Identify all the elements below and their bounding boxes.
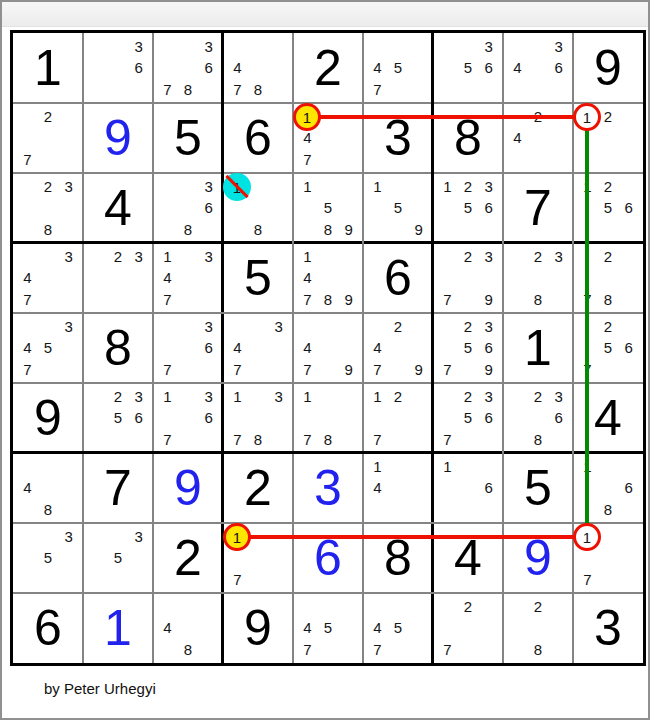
- candidate-4: 4: [297, 267, 318, 288]
- candidate-4: 4: [367, 57, 388, 78]
- candidate-7: 7: [297, 639, 318, 660]
- pencil-marks: 12356: [433, 173, 503, 243]
- candidate-1: 1: [157, 246, 178, 267]
- circled-candidate-digit: 1: [573, 523, 601, 551]
- candidate-6: 6: [478, 337, 499, 358]
- solved-digit: 3: [293, 453, 363, 523]
- candidate-1: 1: [437, 176, 458, 197]
- grid-line-horizontal: [13, 102, 643, 104]
- candidate-7: 7: [157, 359, 178, 380]
- candidate-7: 7: [577, 569, 598, 590]
- candidate-1: 1: [437, 456, 458, 477]
- cell-r7c2[interactable]: 7: [83, 453, 153, 523]
- candidate-7: 7: [297, 359, 318, 380]
- cell-r4c8[interactable]: 238: [503, 243, 573, 313]
- pencil-marks: 3678: [153, 33, 223, 103]
- candidate-5: 5: [458, 197, 479, 218]
- candidate-7: 7: [17, 289, 38, 310]
- candidate-2: 2: [598, 246, 619, 267]
- cell-r1c2[interactable]: 36: [83, 33, 153, 103]
- candidate-5: 5: [318, 197, 339, 218]
- given-digit: 4: [83, 173, 153, 243]
- candidate-4: 4: [507, 57, 528, 78]
- pencil-marks: 478: [223, 33, 293, 103]
- cell-r9c7[interactable]: 27: [433, 593, 503, 663]
- pencil-marks: 347: [223, 313, 293, 383]
- candidate-3: 3: [128, 246, 149, 267]
- candidate-2: 2: [598, 176, 619, 197]
- solved-digit: 9: [153, 453, 223, 523]
- given-digit: 2: [153, 523, 223, 593]
- grid-line-horizontal: [13, 172, 643, 174]
- cell-r5c9[interactable]: 2567: [573, 313, 643, 383]
- candidate-3: 3: [548, 246, 569, 267]
- candidate-9: 9: [338, 219, 359, 240]
- grid-line-vertical: [152, 33, 154, 663]
- pencil-marks: 356: [433, 33, 503, 103]
- cell-r2c8[interactable]: 24: [503, 103, 573, 173]
- candidate-7: 7: [437, 429, 458, 450]
- candidate-3: 3: [198, 36, 219, 57]
- cell-r7c4[interactable]: 2: [223, 453, 293, 523]
- candidate-5: 5: [458, 337, 479, 358]
- cell-r5c4[interactable]: 347: [223, 313, 293, 383]
- candidate-2: 2: [388, 386, 409, 407]
- candidate-9: 9: [478, 359, 499, 380]
- cell-r6c5[interactable]: 178: [293, 383, 363, 453]
- candidate-3: 3: [198, 386, 219, 407]
- cell-r7c6[interactable]: 14: [363, 453, 433, 523]
- cell-r5c6[interactable]: 2479: [363, 313, 433, 383]
- pencil-marks: 24: [503, 103, 573, 173]
- cell-r9c9[interactable]: 3: [573, 593, 643, 663]
- cell-r6c8[interactable]: 2368: [503, 383, 573, 453]
- cell-r9c2[interactable]: 1: [83, 593, 153, 663]
- candidate-3: 3: [58, 526, 79, 547]
- solved-digit: 9: [503, 523, 573, 593]
- candidate-5: 5: [598, 197, 619, 218]
- candidate-3: 3: [478, 176, 499, 197]
- given-digit: 6: [13, 593, 83, 663]
- pencil-marks: 1378: [223, 383, 293, 453]
- pencil-marks: 35: [13, 523, 83, 593]
- given-digit: 2: [293, 33, 363, 103]
- candidate-3: 3: [198, 246, 219, 267]
- given-digit: 5: [223, 243, 293, 313]
- cell-r7c8[interactable]: 5: [503, 453, 573, 523]
- candidate-5: 5: [388, 617, 409, 638]
- candidate-5: 5: [458, 407, 479, 428]
- cell-r3c5[interactable]: 1589: [293, 173, 363, 243]
- candidate-7: 7: [437, 289, 458, 310]
- given-digit: 8: [83, 313, 153, 383]
- cell-r9c6[interactable]: 457: [363, 593, 433, 663]
- given-digit: 3: [573, 593, 643, 663]
- cell-r6c7[interactable]: 23567: [433, 383, 503, 453]
- cell-r3c7[interactable]: 12356: [433, 173, 503, 243]
- candidate-5: 5: [38, 337, 59, 358]
- candidate-8: 8: [318, 289, 339, 310]
- pencil-marks: 367: [153, 313, 223, 383]
- candidate-5: 5: [458, 57, 479, 78]
- candidate-3: 3: [128, 386, 149, 407]
- candidate-6: 6: [198, 197, 219, 218]
- cell-r6c6[interactable]: 127: [363, 383, 433, 453]
- candidate-3: 3: [58, 176, 79, 197]
- pencil-marks: 2479: [363, 313, 433, 383]
- candidate-8: 8: [318, 219, 339, 240]
- candidate-1: 1: [157, 386, 178, 407]
- candidate-3: 3: [128, 36, 149, 57]
- candidate-4: 4: [17, 267, 38, 288]
- candidate-2: 2: [108, 386, 129, 407]
- candidate-8: 8: [38, 219, 59, 240]
- candidate-7: 7: [437, 359, 458, 380]
- pencil-marks: 48: [153, 593, 223, 663]
- candidate-2: 2: [458, 316, 479, 337]
- solved-digit: 6: [293, 523, 363, 593]
- candidate-3: 3: [198, 176, 219, 197]
- candidate-1: 1: [367, 176, 388, 197]
- grid-line-horizontal: [13, 241, 643, 244]
- cell-r1c1[interactable]: 1: [13, 33, 83, 103]
- candidate-5: 5: [38, 547, 59, 568]
- candidate-9: 9: [478, 289, 499, 310]
- candidate-5: 5: [388, 57, 409, 78]
- cell-r7c1[interactable]: 48: [13, 453, 83, 523]
- cell-r4c6[interactable]: 6: [363, 243, 433, 313]
- given-digit: 9: [573, 33, 643, 103]
- cell-r8c7[interactable]: 4: [433, 523, 503, 593]
- candidate-7: 7: [227, 359, 248, 380]
- pencil-marks: 16: [433, 453, 503, 523]
- cell-r3c8[interactable]: 7: [503, 173, 573, 243]
- candidate-1: 1: [297, 386, 318, 407]
- pencil-marks: 14789: [293, 243, 363, 313]
- cell-r4c2[interactable]: 23: [83, 243, 153, 313]
- candidate-8: 8: [178, 79, 199, 100]
- candidate-4: 4: [227, 57, 248, 78]
- candidate-9: 9: [408, 359, 429, 380]
- given-digit: 1: [13, 33, 83, 103]
- candidate-1: 1: [227, 386, 248, 407]
- cell-r4c9[interactable]: 278: [573, 243, 643, 313]
- pencil-marks: 2368: [503, 383, 573, 453]
- cell-r1c6[interactable]: 457: [363, 33, 433, 103]
- candidate-1: 1: [297, 176, 318, 197]
- candidate-4: 4: [157, 267, 178, 288]
- candidate-6: 6: [478, 477, 499, 498]
- cell-r2c4[interactable]: 6: [223, 103, 293, 173]
- cell-r3c6[interactable]: 159: [363, 173, 433, 243]
- given-digit: 5: [503, 453, 573, 523]
- candidate-4: 4: [157, 617, 178, 638]
- candidate-6: 6: [128, 407, 149, 428]
- candidate-4: 4: [297, 617, 318, 638]
- given-digit: 8: [363, 523, 433, 593]
- candidate-7: 7: [17, 359, 38, 380]
- cell-r3c1[interactable]: 238: [13, 173, 83, 243]
- candidate-3: 3: [478, 386, 499, 407]
- cell-r5c1[interactable]: 3457: [13, 313, 83, 383]
- candidate-6: 6: [198, 337, 219, 358]
- cell-r5c3[interactable]: 367: [153, 313, 223, 383]
- app-window: 1363678478245735634692795647382422384368…: [0, 0, 650, 720]
- candidate-7: 7: [437, 639, 458, 660]
- candidate-4: 4: [17, 337, 38, 358]
- cell-r1c9[interactable]: 9: [573, 33, 643, 103]
- cell-r9c8[interactable]: 28: [503, 593, 573, 663]
- pencil-marks: 2567: [573, 313, 643, 383]
- candidate-7: 7: [157, 429, 178, 450]
- cell-r1c8[interactable]: 346: [503, 33, 573, 103]
- cell-r2c3[interactable]: 5: [153, 103, 223, 173]
- candidate-7: 7: [297, 429, 318, 450]
- pencil-marks: 235679: [433, 313, 503, 383]
- cell-r8c5[interactable]: 6: [293, 523, 363, 593]
- cell-r8c3[interactable]: 2: [153, 523, 223, 593]
- candidate-3: 3: [128, 526, 149, 547]
- pencil-marks: 14: [363, 453, 433, 523]
- candidate-2: 2: [528, 386, 549, 407]
- cell-r5c5[interactable]: 479: [293, 313, 363, 383]
- grid-line-horizontal: [13, 382, 643, 384]
- candidate-1: 1: [367, 456, 388, 477]
- given-digit: 5: [153, 103, 223, 173]
- pencil-marks: 23567: [433, 383, 503, 453]
- grid-line-vertical: [362, 33, 364, 663]
- grid-line-vertical: [221, 33, 224, 663]
- pencil-marks: 168: [573, 453, 643, 523]
- cell-r5c7[interactable]: 235679: [433, 313, 503, 383]
- pencil-marks: 457: [363, 593, 433, 663]
- candidate-2: 2: [38, 176, 59, 197]
- candidate-7: 7: [297, 289, 318, 310]
- candidate-2: 2: [528, 596, 549, 617]
- given-digit: 6: [363, 243, 433, 313]
- solved-digit: 9: [83, 103, 153, 173]
- cell-r1c3[interactable]: 3678: [153, 33, 223, 103]
- credit-text: by Peter Urhegyi: [44, 680, 156, 697]
- candidate-6: 6: [548, 57, 569, 78]
- candidate-3: 3: [198, 316, 219, 337]
- grid-line-horizontal: [13, 592, 643, 594]
- pencil-marks: 27: [433, 593, 503, 663]
- cell-r5c2[interactable]: 8: [83, 313, 153, 383]
- given-digit: 2: [223, 453, 293, 523]
- cell-r6c3[interactable]: 1367: [153, 383, 223, 453]
- candidate-5: 5: [388, 197, 409, 218]
- pencil-marks: 35: [83, 523, 153, 593]
- pencil-marks: 23: [83, 243, 153, 313]
- cell-r9c1[interactable]: 6: [13, 593, 83, 663]
- grid-line-vertical: [82, 33, 84, 663]
- cell-r8c1[interactable]: 35: [13, 523, 83, 593]
- candidate-5: 5: [598, 337, 619, 358]
- cell-r9c3[interactable]: 48: [153, 593, 223, 663]
- given-digit: 7: [83, 453, 153, 523]
- grid-line-vertical: [431, 33, 434, 663]
- cell-r7c3[interactable]: 9: [153, 453, 223, 523]
- cell-r6c9[interactable]: 4: [573, 383, 643, 453]
- candidate-3: 3: [478, 316, 499, 337]
- cell-r8c2[interactable]: 35: [83, 523, 153, 593]
- candidate-3: 3: [548, 386, 569, 407]
- pencil-marks: 2379: [433, 243, 503, 313]
- grid-line-horizontal: [13, 312, 643, 314]
- cell-r9c5[interactable]: 457: [293, 593, 363, 663]
- candidate-1: 1: [367, 386, 388, 407]
- pencil-marks: 278: [573, 243, 643, 313]
- candidate-9: 9: [338, 289, 359, 310]
- candidate-6: 6: [478, 197, 499, 218]
- circled-candidate-digit: 1: [293, 103, 321, 131]
- candidate-8: 8: [318, 429, 339, 450]
- cell-r7c9[interactable]: 168: [573, 453, 643, 523]
- cell-r4c3[interactable]: 1347: [153, 243, 223, 313]
- candidate-4: 4: [17, 477, 38, 498]
- cell-r5c8[interactable]: 1: [503, 313, 573, 383]
- pencil-marks: 346: [503, 33, 573, 103]
- pencil-marks: 28: [503, 593, 573, 663]
- circled-candidate-digit: 1: [223, 523, 251, 551]
- candidate-2: 2: [38, 106, 59, 127]
- candidate-3: 3: [58, 246, 79, 267]
- candidate-6: 6: [548, 407, 569, 428]
- candidate-6: 6: [478, 407, 499, 428]
- cell-r2c7[interactable]: 8: [433, 103, 503, 173]
- pencil-marks: 479: [293, 313, 363, 383]
- candidate-7: 7: [367, 429, 388, 450]
- cell-r6c2[interactable]: 2356: [83, 383, 153, 453]
- cell-r4c1[interactable]: 347: [13, 243, 83, 313]
- pencil-marks: 1256: [573, 173, 643, 243]
- candidate-8: 8: [248, 79, 269, 100]
- given-digit: 6: [223, 103, 293, 173]
- cell-r1c4[interactable]: 478: [223, 33, 293, 103]
- candidate-9: 9: [338, 359, 359, 380]
- given-digit: 9: [13, 383, 83, 453]
- pencil-marks: 3457: [13, 313, 83, 383]
- candidate-7: 7: [157, 289, 178, 310]
- candidate-8: 8: [598, 289, 619, 310]
- cell-r4c7[interactable]: 2379: [433, 243, 503, 313]
- cell-r6c4[interactable]: 1378: [223, 383, 293, 453]
- pencil-marks: 368: [153, 173, 223, 243]
- candidate-8: 8: [178, 639, 199, 660]
- sudoku-board: 1363678478245735634692795647382422384368…: [10, 30, 646, 666]
- cell-r3c9[interactable]: 1256: [573, 173, 643, 243]
- solved-digit: 1: [83, 593, 153, 663]
- candidate-5: 5: [318, 617, 339, 638]
- candidate-8: 8: [178, 219, 199, 240]
- candidate-8: 8: [598, 499, 619, 520]
- cell-r1c5[interactable]: 2: [293, 33, 363, 103]
- candidate-3: 3: [478, 246, 499, 267]
- candidate-8: 8: [38, 499, 59, 520]
- candidate-7: 7: [367, 639, 388, 660]
- pencil-marks: 2356: [83, 383, 153, 453]
- pencil-marks: 347: [13, 243, 83, 313]
- candidate-6: 6: [618, 197, 639, 218]
- candidate-6: 6: [618, 337, 639, 358]
- cell-r2c1[interactable]: 27: [13, 103, 83, 173]
- candidate-4: 4: [227, 337, 248, 358]
- given-digit: 4: [573, 383, 643, 453]
- cell-r2c2[interactable]: 9: [83, 103, 153, 173]
- cell-r7c5[interactable]: 3: [293, 453, 363, 523]
- candidate-8: 8: [528, 289, 549, 310]
- candidate-7: 7: [17, 149, 38, 170]
- pencil-marks: 159: [363, 173, 433, 243]
- candidate-8: 8: [248, 429, 269, 450]
- cell-r1c7[interactable]: 356: [433, 33, 503, 103]
- candidate-7: 7: [367, 359, 388, 380]
- candidate-6: 6: [128, 57, 149, 78]
- cell-r8c8[interactable]: 9: [503, 523, 573, 593]
- cell-r8c6[interactable]: 8: [363, 523, 433, 593]
- candidate-2: 2: [388, 316, 409, 337]
- candidate-1: 1: [297, 246, 318, 267]
- given-digit: 9: [223, 593, 293, 663]
- grid-line-horizontal: [13, 451, 643, 454]
- red-link-row8: [250, 535, 574, 539]
- candidate-7: 7: [227, 79, 248, 100]
- candidate-8: 8: [528, 429, 549, 450]
- candidate-2: 2: [458, 176, 479, 197]
- cell-r3c2[interactable]: 4: [83, 173, 153, 243]
- candidate-2: 2: [598, 316, 619, 337]
- candidate-7: 7: [157, 79, 178, 100]
- pencil-marks: 1367: [153, 383, 223, 453]
- candidate-7: 7: [227, 429, 248, 450]
- candidate-4: 4: [507, 127, 528, 148]
- pencil-marks: 178: [293, 383, 363, 453]
- grid-line-horizontal: [13, 522, 643, 524]
- pencil-marks: 127: [363, 383, 433, 453]
- pencil-marks: 1347: [153, 243, 223, 313]
- candidate-7: 7: [297, 149, 318, 170]
- pencil-marks: 27: [13, 103, 83, 173]
- candidate-8: 8: [528, 639, 549, 660]
- candidate-5: 5: [108, 547, 129, 568]
- pencil-marks: 457: [363, 33, 433, 103]
- candidate-6: 6: [198, 57, 219, 78]
- candidate-4: 4: [367, 337, 388, 358]
- candidate-3: 3: [548, 36, 569, 57]
- cell-r2c6[interactable]: 3: [363, 103, 433, 173]
- candidate-2: 2: [458, 246, 479, 267]
- green-link-col9: [585, 130, 589, 524]
- grid-line-vertical: [502, 33, 504, 663]
- pencil-marks: 1589: [293, 173, 363, 243]
- candidate-8: 8: [248, 219, 269, 240]
- candidate-7: 7: [367, 79, 388, 100]
- candidate-4: 4: [297, 337, 318, 358]
- pencil-marks: 238: [13, 173, 83, 243]
- candidate-2: 2: [528, 246, 549, 267]
- candidate-2: 2: [458, 596, 479, 617]
- cell-r9c4[interactable]: 9: [223, 593, 293, 663]
- cell-r6c1[interactable]: 9: [13, 383, 83, 453]
- given-digit: 4: [433, 523, 503, 593]
- cell-r4c4[interactable]: 5: [223, 243, 293, 313]
- pencil-marks: 36: [83, 33, 153, 103]
- cell-r7c7[interactable]: 16: [433, 453, 503, 523]
- candidate-3: 3: [268, 316, 289, 337]
- cell-r4c5[interactable]: 14789: [293, 243, 363, 313]
- cell-r3c3[interactable]: 368: [153, 173, 223, 243]
